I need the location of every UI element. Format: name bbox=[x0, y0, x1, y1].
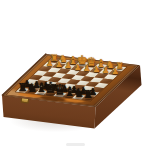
chess-set-photo: ♜♞♝♛♚♝♞♜♟♟♟♟♟♟♟♟♟♟♟♟♟♟♟♟♜♞♝♛♚♝♞♜ bbox=[0, 0, 150, 150]
watermark bbox=[66, 143, 85, 146]
